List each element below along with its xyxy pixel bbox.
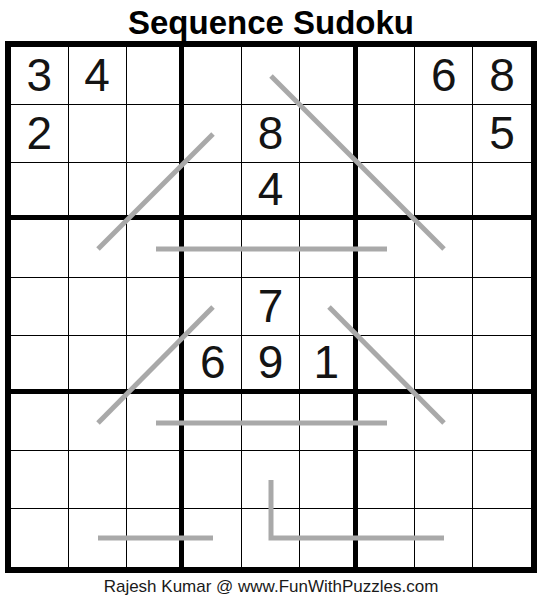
- cell-r8c8: [415, 451, 473, 509]
- cell-r4c5: [242, 220, 300, 278]
- cell-r3c9: [473, 163, 531, 221]
- cell-r5c7: [358, 278, 416, 336]
- sudoku-board: 346828547691: [5, 41, 537, 573]
- cell-r7c6: [300, 394, 358, 452]
- cell-r8c6: [300, 451, 358, 509]
- cell-r2c5: 8: [242, 105, 300, 163]
- cell-r4c9: [473, 220, 531, 278]
- cell-r5c2: [69, 278, 127, 336]
- cell-r3c2: [69, 163, 127, 221]
- cell-r1c9: 8: [473, 47, 531, 105]
- cell-r3c1: [11, 163, 69, 221]
- cell-r1c5: [242, 47, 300, 105]
- cell-r1c7: [358, 47, 416, 105]
- cell-r1c2: 4: [69, 47, 127, 105]
- cell-r8c9: [473, 451, 531, 509]
- cell-r2c6: [300, 105, 358, 163]
- cell-r6c1: [11, 336, 69, 394]
- cell-r1c6: [300, 47, 358, 105]
- cell-r6c3: [127, 336, 185, 394]
- cell-r2c9: 5: [473, 105, 531, 163]
- page: Sequence Sudoku 346828547691 Rajesh Kuma…: [0, 0, 542, 600]
- cell-r4c3: [127, 220, 185, 278]
- cell-r4c1: [11, 220, 69, 278]
- cell-r2c1: 2: [11, 105, 69, 163]
- cell-r8c1: [11, 451, 69, 509]
- cell-r9c2: [69, 509, 127, 567]
- cell-r5c9: [473, 278, 531, 336]
- cell-r9c8: [415, 509, 473, 567]
- cell-r8c2: [69, 451, 127, 509]
- cell-r9c6: [300, 509, 358, 567]
- cell-r1c1: 3: [11, 47, 69, 105]
- cell-r5c6: [300, 278, 358, 336]
- cell-r4c6: [300, 220, 358, 278]
- cell-r2c4: [184, 105, 242, 163]
- cell-r7c4: [184, 394, 242, 452]
- cell-r9c9: [473, 509, 531, 567]
- cell-r6c6: 1: [300, 336, 358, 394]
- page-title: Sequence Sudoku: [0, 0, 542, 41]
- cell-r8c4: [184, 451, 242, 509]
- cell-r7c9: [473, 394, 531, 452]
- cell-r9c5: [242, 509, 300, 567]
- cell-r6c7: [358, 336, 416, 394]
- cell-r3c7: [358, 163, 416, 221]
- cell-r9c3: [127, 509, 185, 567]
- cell-r5c1: [11, 278, 69, 336]
- cell-r3c5: 4: [242, 163, 300, 221]
- cell-r6c4: 6: [184, 336, 242, 394]
- cell-r7c3: [127, 394, 185, 452]
- cell-r7c8: [415, 394, 473, 452]
- cell-r2c2: [69, 105, 127, 163]
- cell-r5c5: 7: [242, 278, 300, 336]
- cell-r3c3: [127, 163, 185, 221]
- cell-r3c4: [184, 163, 242, 221]
- cell-r3c8: [415, 163, 473, 221]
- cell-r2c8: [415, 105, 473, 163]
- cell-r9c4: [184, 509, 242, 567]
- cell-r3c6: [300, 163, 358, 221]
- cell-r8c3: [127, 451, 185, 509]
- cell-r6c2: [69, 336, 127, 394]
- cell-r6c8: [415, 336, 473, 394]
- cell-r6c5: 9: [242, 336, 300, 394]
- cell-r5c3: [127, 278, 185, 336]
- cell-r7c2: [69, 394, 127, 452]
- cell-r4c7: [358, 220, 416, 278]
- cell-r5c4: [184, 278, 242, 336]
- cell-r7c1: [11, 394, 69, 452]
- cell-r6c9: [473, 336, 531, 394]
- cell-r9c7: [358, 509, 416, 567]
- cell-r5c8: [415, 278, 473, 336]
- cell-r2c3: [127, 105, 185, 163]
- cell-r4c2: [69, 220, 127, 278]
- footer-credit: Rajesh Kumar @ www.FunWithPuzzles.com: [0, 577, 542, 597]
- cell-r8c5: [242, 451, 300, 509]
- cell-r4c4: [184, 220, 242, 278]
- cell-r1c8: 6: [415, 47, 473, 105]
- cell-r2c7: [358, 105, 416, 163]
- cell-r1c4: [184, 47, 242, 105]
- cell-r9c1: [11, 509, 69, 567]
- cell-r8c7: [358, 451, 416, 509]
- cell-r4c8: [415, 220, 473, 278]
- cell-r7c5: [242, 394, 300, 452]
- cell-r1c3: [127, 47, 185, 105]
- cell-r7c7: [358, 394, 416, 452]
